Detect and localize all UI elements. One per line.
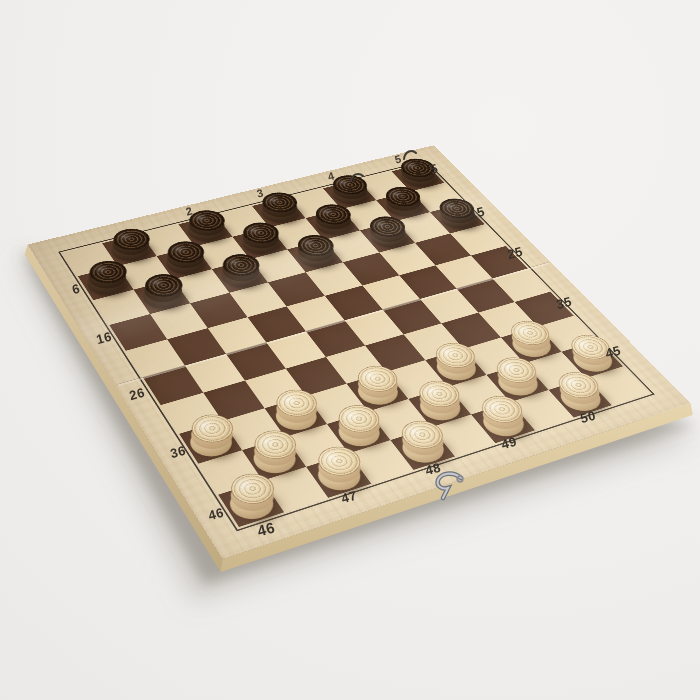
scene: 23455152535456162636464647484950 xyxy=(0,0,700,700)
checkers-board xyxy=(28,145,691,559)
board-grid xyxy=(63,163,649,527)
